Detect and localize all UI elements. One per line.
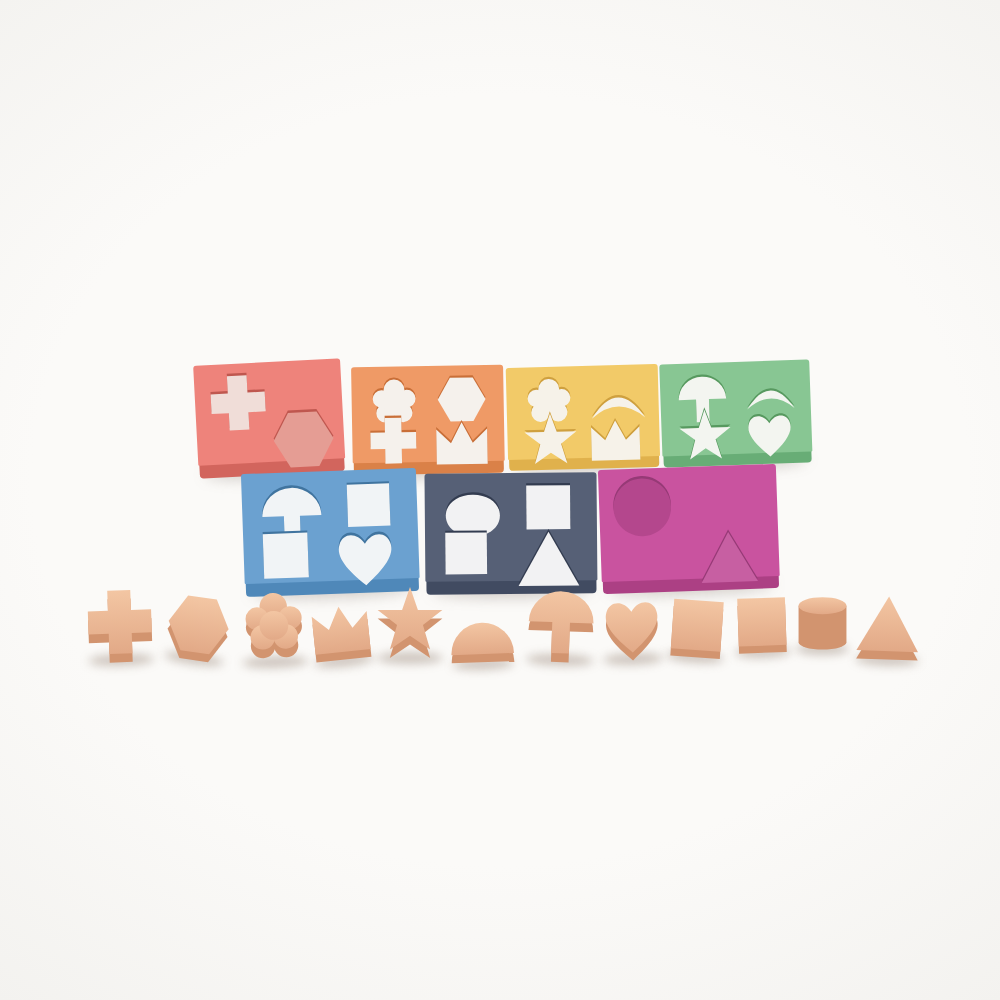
block-square <box>664 592 731 667</box>
block-triangle <box>852 587 925 669</box>
block-square <box>731 591 793 661</box>
blocks-row <box>0 0 1000 1000</box>
block-cylinder <box>794 592 851 657</box>
block-cross <box>83 585 158 669</box>
block-semicircle <box>447 593 518 673</box>
product-photo <box>0 0 1000 1000</box>
block-heart <box>598 591 667 668</box>
block-star <box>374 584 446 666</box>
block-flower <box>237 587 312 671</box>
block-crown <box>304 591 377 672</box>
block-hexagon <box>160 588 236 671</box>
block-mushroom <box>523 583 600 670</box>
